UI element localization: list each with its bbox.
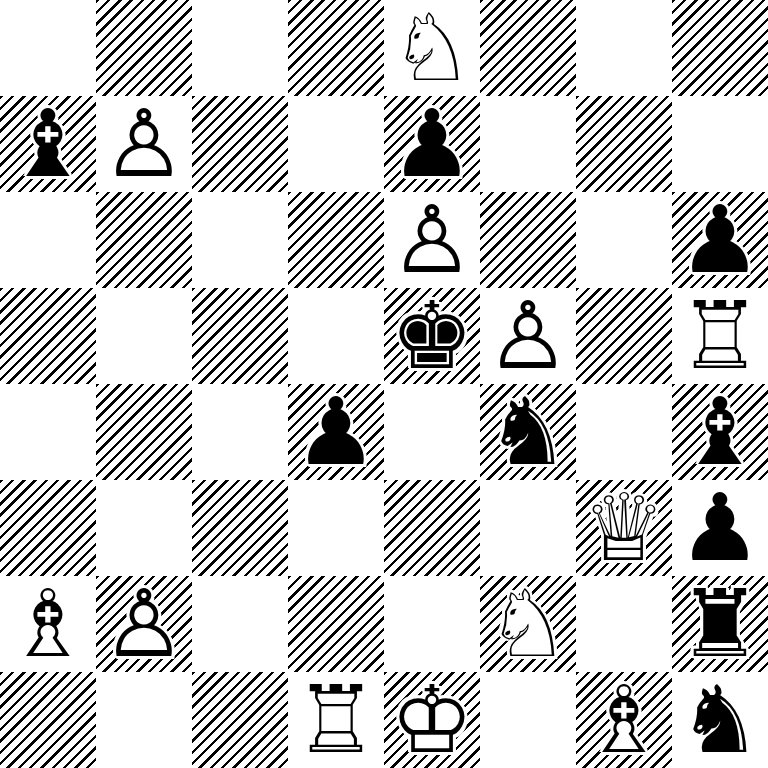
white-pawn-halo: ♟	[96, 96, 192, 192]
chess-board: ♞♘♝♝♟♙♟♟♟♙♟♟♚♚♟♙♜♖♟♟♞♞♝♝♛♕♟♟♝♗♟♙♞♘♜♜♜♖♚♔…	[0, 0, 768, 768]
white-bishop: ♗	[576, 672, 672, 768]
square-e2[interactable]	[384, 576, 480, 672]
square-h5[interactable]: ♜♖	[672, 288, 768, 384]
square-a5[interactable]	[0, 288, 96, 384]
square-c7[interactable]	[192, 96, 288, 192]
square-h1[interactable]: ♞♞	[672, 672, 768, 768]
white-knight-halo: ♞	[384, 0, 480, 96]
square-f4[interactable]: ♞♞	[480, 384, 576, 480]
white-pawn-halo: ♟	[480, 288, 576, 384]
square-d5[interactable]	[288, 288, 384, 384]
white-rook: ♖	[288, 672, 384, 768]
square-h8[interactable]	[672, 0, 768, 96]
square-e6[interactable]: ♟♙	[384, 192, 480, 288]
square-d2[interactable]	[288, 576, 384, 672]
square-d6[interactable]	[288, 192, 384, 288]
black-pawn-halo: ♟	[672, 192, 768, 288]
white-knight: ♘	[480, 576, 576, 672]
square-f7[interactable]	[480, 96, 576, 192]
square-g8[interactable]	[576, 0, 672, 96]
square-g5[interactable]	[576, 288, 672, 384]
square-c4[interactable]	[192, 384, 288, 480]
white-king: ♔	[384, 672, 480, 768]
white-pawn-halo: ♟	[384, 192, 480, 288]
square-d8[interactable]	[288, 0, 384, 96]
white-rook-halo: ♜	[672, 288, 768, 384]
white-pawn: ♙	[96, 96, 192, 192]
white-pawn: ♙	[384, 192, 480, 288]
black-knight: ♞	[480, 384, 576, 480]
white-queen-halo: ♛	[576, 480, 672, 576]
black-bishop-halo: ♝	[672, 384, 768, 480]
square-a4[interactable]	[0, 384, 96, 480]
square-h4[interactable]: ♝♝	[672, 384, 768, 480]
white-bishop-halo: ♝	[0, 576, 96, 672]
white-rook-halo: ♜	[288, 672, 384, 768]
white-rook: ♖	[672, 288, 768, 384]
square-g4[interactable]	[576, 384, 672, 480]
square-f6[interactable]	[480, 192, 576, 288]
black-knight-halo: ♞	[480, 384, 576, 480]
square-g2[interactable]	[576, 576, 672, 672]
square-e4[interactable]	[384, 384, 480, 480]
black-rook-halo: ♜	[672, 576, 768, 672]
square-b8[interactable]	[96, 0, 192, 96]
square-d3[interactable]	[288, 480, 384, 576]
black-bishop: ♝	[672, 384, 768, 480]
black-king: ♚	[384, 288, 480, 384]
white-pawn-halo: ♟	[96, 576, 192, 672]
square-h3[interactable]: ♟♟	[672, 480, 768, 576]
square-b1[interactable]	[96, 672, 192, 768]
white-bishop-halo: ♝	[576, 672, 672, 768]
square-c8[interactable]	[192, 0, 288, 96]
square-b5[interactable]	[96, 288, 192, 384]
white-pawn: ♙	[96, 576, 192, 672]
white-bishop: ♗	[0, 576, 96, 672]
black-pawn: ♟	[672, 192, 768, 288]
black-pawn-halo: ♟	[288, 384, 384, 480]
square-d4[interactable]: ♟♟	[288, 384, 384, 480]
black-pawn: ♟	[672, 480, 768, 576]
square-h7[interactable]	[672, 96, 768, 192]
black-pawn: ♟	[288, 384, 384, 480]
square-g6[interactable]	[576, 192, 672, 288]
square-c3[interactable]	[192, 480, 288, 576]
square-f3[interactable]	[480, 480, 576, 576]
square-c6[interactable]	[192, 192, 288, 288]
square-e1[interactable]: ♚♔	[384, 672, 480, 768]
black-bishop-halo: ♝	[0, 96, 96, 192]
square-b4[interactable]	[96, 384, 192, 480]
black-rook: ♜	[672, 576, 768, 672]
square-g1[interactable]: ♝♗	[576, 672, 672, 768]
square-a2[interactable]: ♝♗	[0, 576, 96, 672]
square-e7[interactable]: ♟♟	[384, 96, 480, 192]
square-e3[interactable]	[384, 480, 480, 576]
square-g3[interactable]: ♛♕	[576, 480, 672, 576]
square-a1[interactable]	[0, 672, 96, 768]
square-b7[interactable]: ♟♙	[96, 96, 192, 192]
black-pawn-halo: ♟	[672, 480, 768, 576]
square-h2[interactable]: ♜♜	[672, 576, 768, 672]
square-f8[interactable]	[480, 0, 576, 96]
square-f5[interactable]: ♟♙	[480, 288, 576, 384]
black-pawn-halo: ♟	[384, 96, 480, 192]
square-c1[interactable]	[192, 672, 288, 768]
black-bishop: ♝	[0, 96, 96, 192]
square-g7[interactable]	[576, 96, 672, 192]
square-f2[interactable]: ♞♘	[480, 576, 576, 672]
square-h6[interactable]: ♟♟	[672, 192, 768, 288]
white-knight: ♘	[384, 0, 480, 96]
square-b6[interactable]	[96, 192, 192, 288]
black-knight-halo: ♞	[672, 672, 768, 768]
black-pawn: ♟	[384, 96, 480, 192]
square-c5[interactable]	[192, 288, 288, 384]
square-a8[interactable]	[0, 0, 96, 96]
square-f1[interactable]	[480, 672, 576, 768]
square-c2[interactable]	[192, 576, 288, 672]
white-knight-halo: ♞	[480, 576, 576, 672]
white-king-halo: ♚	[384, 672, 480, 768]
square-a3[interactable]	[0, 480, 96, 576]
square-a6[interactable]	[0, 192, 96, 288]
square-a7[interactable]: ♝♝	[0, 96, 96, 192]
black-king-halo: ♚	[384, 288, 480, 384]
white-queen: ♕	[576, 480, 672, 576]
square-d1[interactable]: ♜♖	[288, 672, 384, 768]
square-b2[interactable]: ♟♙	[96, 576, 192, 672]
square-e5[interactable]: ♚♚	[384, 288, 480, 384]
square-e8[interactable]: ♞♘	[384, 0, 480, 96]
black-knight: ♞	[672, 672, 768, 768]
white-pawn: ♙	[480, 288, 576, 384]
square-b3[interactable]	[96, 480, 192, 576]
square-d7[interactable]	[288, 96, 384, 192]
